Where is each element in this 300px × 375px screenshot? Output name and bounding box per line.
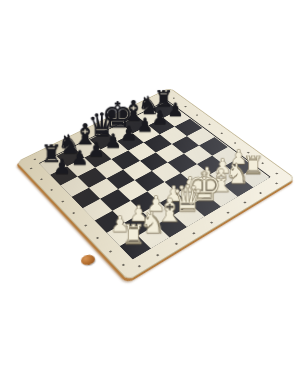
product-photo: ♜♞♝♛♚♝♞♜♟♟♟♟♟♟♟♟♟♟♟♟♟♟♟♟♜♞♝♛♚♝♞♜ bbox=[0, 0, 300, 375]
piece-glyph: ♟ bbox=[38, 156, 86, 176]
chess-mat: ♜♞♝♛♚♝♞♜♟♟♟♟♟♟♟♟♟♟♟♟♟♟♟♟♜♞♝♛♚♝♞♜ bbox=[16, 88, 296, 281]
penny-coin bbox=[80, 254, 96, 267]
piece-glyph: ♜ bbox=[107, 221, 161, 248]
pieces-layer: ♜♞♝♛♚♝♞♜♟♟♟♟♟♟♟♟♟♟♟♟♟♟♟♟♜♞♝♛♚♝♞♜ bbox=[17, 88, 294, 279]
board-plane: ♜♞♝♛♚♝♞♜♟♟♟♟♟♟♟♟♟♟♟♟♟♟♟♟♜♞♝♛♚♝♞♜ bbox=[16, 88, 296, 281]
